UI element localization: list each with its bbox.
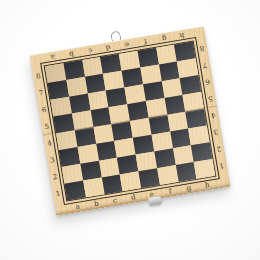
coordinate-label: 8 [196, 39, 209, 57]
coordinate-label: b [86, 196, 106, 210]
coordinate-label: 5 [204, 90, 217, 108]
photo-background: abcdefgh abcdefgh 87654321 87654321 [0, 0, 260, 260]
coordinate-label: c [105, 193, 125, 207]
coordinate-label: 6 [38, 100, 51, 118]
coordinate-label: g [179, 181, 199, 195]
coordinate-label: 3 [46, 151, 59, 169]
coordinate-label: 7 [35, 84, 48, 102]
coordinate-label: h [197, 178, 217, 192]
coordinate-label: 2 [213, 140, 226, 158]
coordinate-label: d [123, 190, 143, 204]
coordinate-label: 4 [207, 106, 220, 124]
square-h1[interactable] [194, 159, 215, 179]
coordinate-label: 8 [32, 67, 45, 85]
coordinate-label: a [68, 199, 88, 213]
coordinate-label: 3 [210, 123, 223, 141]
coordinate-label: 7 [199, 56, 212, 74]
coordinate-label: 1 [52, 184, 65, 202]
chessboard: abcdefgh abcdefgh 87654321 87654321 [30, 27, 230, 216]
coordinate-label: 2 [49, 167, 62, 185]
board-grid [44, 40, 217, 201]
coordinate-label: 4 [43, 134, 56, 152]
coordinate-label: 5 [40, 117, 53, 135]
coordinate-label: 6 [201, 73, 214, 91]
coordinate-label: f [160, 184, 180, 198]
coordinate-label: 1 [215, 157, 228, 175]
